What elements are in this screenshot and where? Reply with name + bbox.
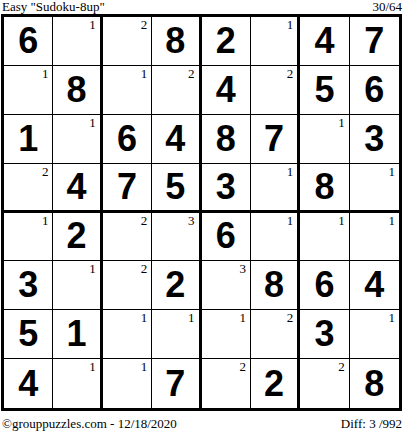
cell-r4c8[interactable]: 1 bbox=[350, 164, 399, 213]
pencil-mark: 1 bbox=[141, 311, 148, 324]
pencil-mark: 1 bbox=[389, 165, 396, 178]
cell-r2c1[interactable]: 1 bbox=[4, 66, 53, 115]
given-digit: 4 bbox=[18, 366, 38, 402]
pencil-mark: 2 bbox=[287, 67, 294, 80]
cell-r4c1[interactable]: 2 bbox=[4, 164, 53, 213]
given-digit: 7 bbox=[117, 169, 137, 205]
cell-r7c8[interactable]: 1 bbox=[350, 310, 399, 359]
given-digit: 7 bbox=[264, 121, 284, 157]
cell-r4c6[interactable]: 1 bbox=[251, 164, 300, 213]
pencil-mark: 1 bbox=[42, 67, 49, 80]
given-digit: 4 bbox=[216, 72, 236, 108]
footer: ©grouppuzzles.com - 12/18/2020 Diff: 3 /… bbox=[2, 416, 402, 432]
pencil-mark: 1 bbox=[338, 214, 345, 227]
cell-r4c2[interactable]: 4 bbox=[53, 164, 102, 213]
cell-r8c8[interactable]: 8 bbox=[350, 359, 399, 408]
cell-r3c2[interactable]: 1 bbox=[53, 115, 102, 164]
cell-r8c5[interactable]: 2 bbox=[202, 359, 251, 408]
given-digit: 8 bbox=[364, 366, 384, 402]
given-digit: 7 bbox=[165, 366, 185, 402]
given-digit: 6 bbox=[314, 267, 334, 303]
given-digit: 7 bbox=[364, 23, 384, 59]
header: Easy "Sudoku-8up" 30/64 bbox=[2, 0, 402, 14]
given-digit: 5 bbox=[18, 316, 38, 352]
given-digit: 4 bbox=[314, 23, 334, 59]
pencil-mark: 1 bbox=[188, 311, 195, 324]
given-digit: 8 bbox=[264, 267, 284, 303]
cell-r4c3[interactable]: 7 bbox=[103, 164, 152, 213]
given-digit: 6 bbox=[18, 23, 38, 59]
given-digit: 8 bbox=[67, 72, 87, 108]
cell-r7c7[interactable]: 3 bbox=[300, 310, 349, 359]
cell-r6c3[interactable]: 2 bbox=[103, 261, 152, 310]
cell-r4c7[interactable]: 8 bbox=[300, 164, 349, 213]
pencil-mark: 1 bbox=[389, 311, 396, 324]
cell-r6c5[interactable]: 3 bbox=[202, 261, 251, 310]
puzzle-counter: 30/64 bbox=[372, 0, 402, 14]
cell-r2c3[interactable]: 1 bbox=[103, 66, 152, 115]
cell-r3c1[interactable]: 1 bbox=[4, 115, 53, 164]
cell-r5c7[interactable]: 1 bbox=[300, 213, 349, 262]
cell-r1c7[interactable]: 4 bbox=[300, 17, 349, 66]
puzzle-page: Easy "Sudoku-8up" 30/64 6128214718124256… bbox=[0, 0, 403, 437]
given-digit: 2 bbox=[264, 366, 284, 402]
cell-r6c7[interactable]: 6 bbox=[300, 261, 349, 310]
cell-r5c6[interactable]: 1 bbox=[251, 213, 300, 262]
cell-r2c8[interactable]: 6 bbox=[350, 66, 399, 115]
cell-r2c6[interactable]: 2 bbox=[251, 66, 300, 115]
cell-r1c6[interactable]: 1 bbox=[251, 17, 300, 66]
cell-r2c2[interactable]: 8 bbox=[53, 66, 102, 115]
given-digit: 6 bbox=[117, 121, 137, 157]
given-digit: 2 bbox=[216, 23, 236, 59]
given-digit: 3 bbox=[364, 121, 384, 157]
pencil-mark: 1 bbox=[338, 116, 345, 129]
pencil-mark: 2 bbox=[338, 360, 345, 373]
cell-r5c5[interactable]: 6 bbox=[202, 213, 251, 262]
pencil-mark: 2 bbox=[287, 311, 294, 324]
pencil-mark: 1 bbox=[89, 360, 96, 373]
pencil-mark: 1 bbox=[89, 262, 96, 275]
given-digit: 3 bbox=[18, 267, 38, 303]
cell-r7c2[interactable]: 1 bbox=[53, 310, 102, 359]
pencil-mark: 1 bbox=[89, 116, 96, 129]
pencil-mark: 1 bbox=[287, 18, 294, 31]
given-digit: 8 bbox=[165, 23, 185, 59]
cell-r6c2[interactable]: 1 bbox=[53, 261, 102, 310]
cell-r4c5[interactable]: 3 bbox=[202, 164, 251, 213]
pencil-mark: 3 bbox=[239, 262, 246, 275]
pencil-mark: 2 bbox=[239, 360, 246, 373]
cell-r2c7[interactable]: 5 bbox=[300, 66, 349, 115]
cell-r1c1[interactable]: 6 bbox=[4, 17, 53, 66]
cell-r3c7[interactable]: 1 bbox=[300, 115, 349, 164]
cell-r5c2[interactable]: 2 bbox=[53, 213, 102, 262]
cell-r8c2[interactable]: 1 bbox=[53, 359, 102, 408]
cell-r6c8[interactable]: 4 bbox=[350, 261, 399, 310]
given-digit: 2 bbox=[67, 218, 87, 254]
given-digit: 1 bbox=[18, 121, 38, 157]
given-digit: 5 bbox=[165, 169, 185, 205]
pencil-mark: 2 bbox=[188, 67, 195, 80]
cell-r1c5[interactable]: 2 bbox=[202, 17, 251, 66]
cell-r6c4[interactable]: 2 bbox=[152, 261, 201, 310]
cell-r4c4[interactable]: 5 bbox=[152, 164, 201, 213]
pencil-mark: 3 bbox=[188, 214, 195, 227]
pencil-mark: 1 bbox=[42, 214, 49, 227]
cell-r1c4[interactable]: 8 bbox=[152, 17, 201, 66]
cell-r5c8[interactable]: 1 bbox=[350, 213, 399, 262]
pencil-mark: 2 bbox=[141, 18, 148, 31]
sudoku-board: 6128214718124256116487132475318112236111… bbox=[1, 14, 402, 411]
cell-r3c3[interactable]: 6 bbox=[103, 115, 152, 164]
pencil-mark: 1 bbox=[389, 214, 396, 227]
cell-r6c1[interactable]: 3 bbox=[4, 261, 53, 310]
given-digit: 8 bbox=[314, 169, 334, 205]
cell-r7c6[interactable]: 2 bbox=[251, 310, 300, 359]
cell-r7c4[interactable]: 1 bbox=[152, 310, 201, 359]
cell-r1c3[interactable]: 2 bbox=[103, 17, 152, 66]
given-digit: 2 bbox=[165, 267, 185, 303]
cell-r8c7[interactable]: 2 bbox=[300, 359, 349, 408]
cell-r7c3[interactable]: 1 bbox=[103, 310, 152, 359]
given-digit: 8 bbox=[216, 121, 236, 157]
pencil-mark: 1 bbox=[89, 18, 96, 31]
cell-r2c4[interactable]: 2 bbox=[152, 66, 201, 115]
given-digit: 3 bbox=[216, 169, 236, 205]
pencil-mark: 1 bbox=[287, 165, 294, 178]
given-digit: 4 bbox=[165, 121, 185, 157]
cell-r6c6[interactable]: 8 bbox=[251, 261, 300, 310]
pencil-mark: 2 bbox=[141, 214, 148, 227]
cell-r3c4[interactable]: 4 bbox=[152, 115, 201, 164]
cell-r8c6[interactable]: 2 bbox=[251, 359, 300, 408]
given-digit: 1 bbox=[67, 316, 87, 352]
given-digit: 6 bbox=[364, 72, 384, 108]
cell-r5c3[interactable]: 2 bbox=[103, 213, 152, 262]
cell-r7c1[interactable]: 5 bbox=[4, 310, 53, 359]
pencil-mark: 2 bbox=[42, 165, 49, 178]
pencil-mark: 1 bbox=[141, 360, 148, 373]
cell-r3c6[interactable]: 7 bbox=[251, 115, 300, 164]
cell-r1c8[interactable]: 7 bbox=[350, 17, 399, 66]
pencil-mark: 1 bbox=[239, 311, 246, 324]
copyright-text: ©grouppuzzles.com - 12/18/2020 bbox=[2, 416, 177, 432]
pencil-mark: 1 bbox=[141, 67, 148, 80]
cell-r2c5[interactable]: 4 bbox=[202, 66, 251, 115]
cell-r3c8[interactable]: 3 bbox=[350, 115, 399, 164]
given-digit: 3 bbox=[314, 316, 334, 352]
pencil-mark: 1 bbox=[287, 214, 294, 227]
given-digit: 4 bbox=[67, 169, 87, 205]
pencil-mark: 2 bbox=[141, 262, 148, 275]
cell-r1c2[interactable]: 1 bbox=[53, 17, 102, 66]
cell-r5c4[interactable]: 3 bbox=[152, 213, 201, 262]
page-title: Easy "Sudoku-8up" bbox=[2, 0, 105, 14]
given-digit: 5 bbox=[314, 72, 334, 108]
cell-r7c5[interactable]: 1 bbox=[202, 310, 251, 359]
given-digit: 6 bbox=[216, 218, 236, 254]
cell-r8c4[interactable]: 7 bbox=[152, 359, 201, 408]
cell-r3c5[interactable]: 8 bbox=[202, 115, 251, 164]
difficulty-text: Diff: 3 /992 bbox=[341, 416, 402, 432]
cell-r5c1[interactable]: 1 bbox=[4, 213, 53, 262]
cell-r8c1[interactable]: 4 bbox=[4, 359, 53, 408]
cell-r8c3[interactable]: 1 bbox=[103, 359, 152, 408]
given-digit: 4 bbox=[364, 267, 384, 303]
